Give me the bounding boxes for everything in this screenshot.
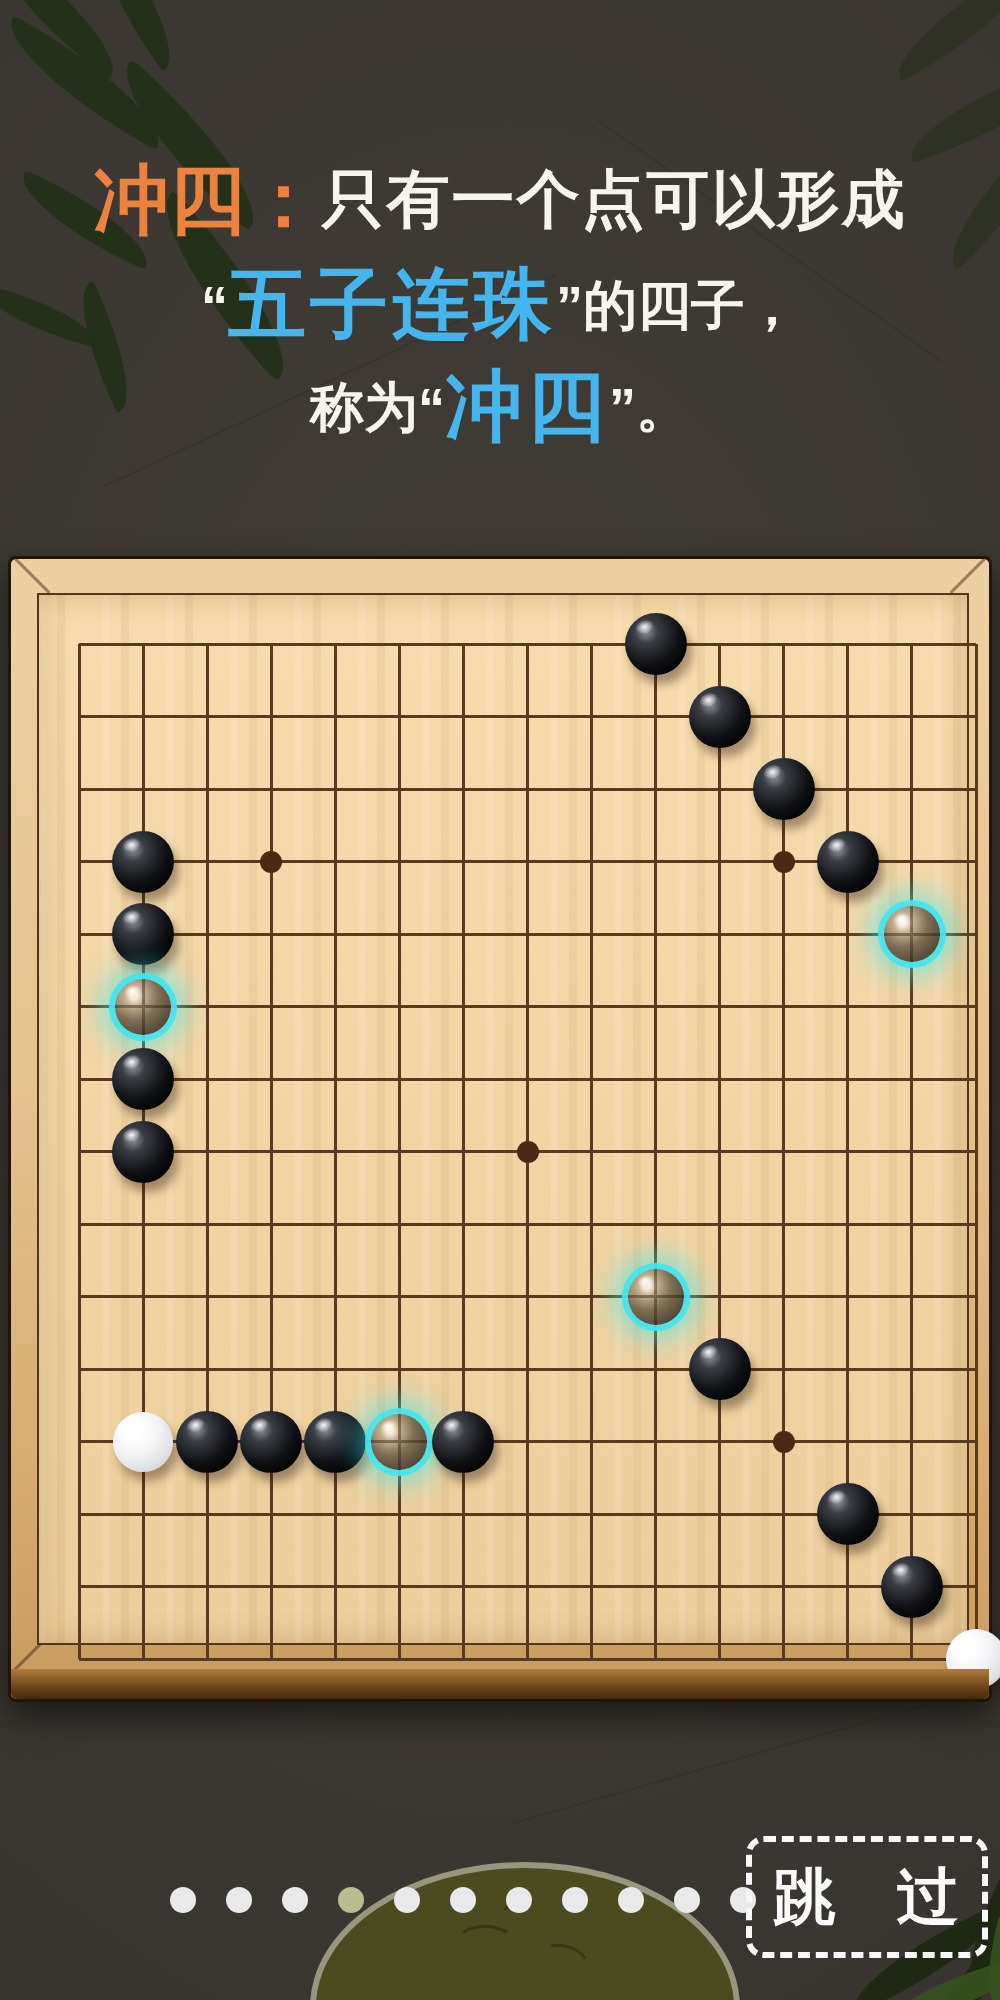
- grid-line: [79, 1223, 976, 1226]
- black-stone: [112, 903, 174, 965]
- black-stone: [432, 1411, 494, 1473]
- black-stone: [753, 758, 815, 820]
- grid-line: [79, 1368, 976, 1371]
- board-surface: [37, 593, 969, 1645]
- grid-line: [79, 788, 976, 791]
- frame-seam: [950, 555, 989, 594]
- tutorial-screen: 冲四：只有一个点可以形成 “五子连珠”的四子， 称为“冲四”。 跳 过: [0, 0, 1000, 2000]
- stone-highlight: [825, 1488, 847, 1507]
- black-stone: [817, 831, 879, 893]
- grid-line: [79, 1078, 976, 1081]
- stone-highlight: [184, 1415, 206, 1434]
- black-stone: [689, 1338, 751, 1400]
- grid-line: [79, 1295, 976, 1298]
- grid-line: [79, 643, 976, 646]
- stone-highlight: [697, 1343, 719, 1362]
- black-stone: [689, 686, 751, 748]
- caption-line3-end: ”。: [609, 377, 690, 437]
- page-dot: [226, 1887, 252, 1913]
- stone-highlight: [441, 1415, 463, 1434]
- grid-line: [79, 1658, 976, 1661]
- gomoku-board: [8, 556, 992, 1702]
- stone-highlight: [891, 910, 911, 927]
- stone-highlight: [697, 690, 719, 709]
- star-point: [517, 1141, 539, 1163]
- black-stone: [112, 1121, 174, 1183]
- page-dot: [506, 1887, 532, 1913]
- black-stone: [817, 1483, 879, 1545]
- page-dot: [170, 1887, 196, 1913]
- black-stone: [304, 1411, 366, 1473]
- stone-highlight: [313, 1415, 335, 1434]
- highlight-ghost-stone[interactable]: [884, 906, 940, 962]
- stone-highlight: [379, 1418, 399, 1435]
- stone-highlight: [248, 1415, 270, 1434]
- caption-line-1: 冲四：只有一个点可以形成: [0, 146, 1000, 253]
- term-label: 冲四：: [94, 157, 322, 242]
- caption-line1-text: 只有一个点可以形成: [322, 164, 907, 234]
- grass-decoration: [455, 1925, 515, 1961]
- black-stone: [625, 613, 687, 675]
- keyword-rush-four: 冲四: [445, 362, 609, 450]
- page-dot: [282, 1887, 308, 1913]
- stone-highlight: [120, 908, 142, 927]
- keyword-five-in-a-row: 五子连珠: [228, 260, 556, 348]
- board-front-edge: [11, 1669, 989, 1699]
- stone-highlight: [120, 835, 142, 854]
- tutorial-caption: 冲四：只有一个点可以形成 “五子连珠”的四子， 称为“冲四”。: [0, 146, 1000, 457]
- page-dot: [450, 1887, 476, 1913]
- black-stone: [112, 1048, 174, 1110]
- skip-button[interactable]: 跳 过: [746, 1836, 988, 1958]
- caption-line3-prefix: 称为“: [310, 377, 445, 437]
- highlight-ghost-stone[interactable]: [371, 1414, 427, 1470]
- stone-highlight: [120, 1125, 142, 1144]
- page-dot: [562, 1887, 588, 1913]
- star-point: [260, 851, 282, 873]
- stone-highlight: [761, 763, 783, 782]
- stone-highlight: [121, 1416, 142, 1434]
- star-point: [773, 851, 795, 873]
- white-stone: [113, 1412, 173, 1472]
- caption-line-3: 称为“冲四”。: [0, 356, 1000, 457]
- star-point: [773, 1431, 795, 1453]
- board-grid[interactable]: [79, 644, 976, 1659]
- grid-line: [79, 715, 976, 718]
- page-dot: [674, 1887, 700, 1913]
- black-stone: [176, 1411, 238, 1473]
- black-stone: [240, 1411, 302, 1473]
- stone-highlight: [825, 835, 847, 854]
- stone-highlight: [889, 1560, 911, 1579]
- highlight-ghost-stone[interactable]: [628, 1269, 684, 1325]
- stone-highlight: [633, 618, 655, 637]
- black-stone: [881, 1556, 943, 1618]
- grid-line: [79, 1585, 976, 1588]
- page-dot: [618, 1887, 644, 1913]
- caption-line2-text: ”的四子，: [556, 275, 799, 335]
- grid-line: [79, 933, 976, 936]
- background-crease: [509, 1697, 952, 1826]
- black-stone: [112, 831, 174, 893]
- frame-seam: [12, 555, 51, 594]
- bamboo-leaf: [881, 0, 1000, 82]
- grid-line: [79, 1005, 976, 1008]
- hill-decoration: [310, 1862, 740, 2000]
- page-dot: [394, 1887, 420, 1913]
- quote-open: “: [201, 275, 228, 335]
- page-indicator: [170, 1887, 756, 1913]
- page-dot-active: [338, 1887, 364, 1913]
- stone-highlight: [123, 983, 143, 1000]
- highlight-ghost-stone[interactable]: [115, 979, 171, 1035]
- caption-line-2: “五子连珠”的四子，: [0, 253, 1000, 356]
- stone-highlight: [635, 1273, 655, 1290]
- stone-highlight: [954, 1634, 975, 1652]
- stone-highlight: [120, 1053, 142, 1072]
